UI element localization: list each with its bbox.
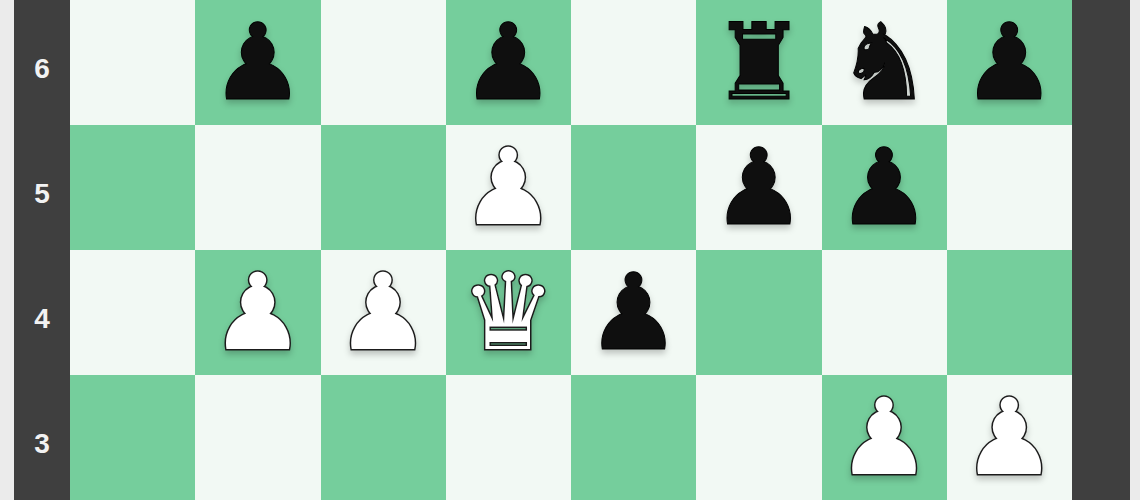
white-pawn[interactable]: ♟ <box>336 260 431 366</box>
square-g5[interactable]: ♟ <box>822 125 947 250</box>
square-g4[interactable] <box>822 250 947 375</box>
square-h3[interactable]: ♟ <box>947 375 1072 500</box>
rank-coordinates-bar: 6 5 4 3 <box>14 0 70 500</box>
black-knight[interactable]: ♞ <box>837 10 932 116</box>
square-b5[interactable] <box>195 125 320 250</box>
square-g3[interactable]: ♟ <box>822 375 947 500</box>
chess-board[interactable]: ♟♟♜♞♟♟♟♟♟♟♛♟♟♟ <box>70 0 1072 500</box>
square-a4[interactable] <box>70 250 195 375</box>
square-g6[interactable]: ♞ <box>822 0 947 125</box>
square-c6[interactable] <box>321 0 446 125</box>
square-a3[interactable] <box>70 375 195 500</box>
square-e5[interactable] <box>571 125 696 250</box>
rank-label-3: 3 <box>14 375 70 500</box>
square-d3[interactable] <box>446 375 571 500</box>
square-h5[interactable] <box>947 125 1072 250</box>
white-pawn[interactable]: ♟ <box>962 385 1057 491</box>
black-pawn[interactable]: ♟ <box>962 10 1057 116</box>
square-b3[interactable] <box>195 375 320 500</box>
black-pawn[interactable]: ♟ <box>711 135 806 241</box>
square-a5[interactable] <box>70 125 195 250</box>
square-f3[interactable] <box>696 375 821 500</box>
black-rook[interactable]: ♜ <box>711 10 806 116</box>
white-queen[interactable]: ♛ <box>461 260 556 366</box>
square-d4[interactable]: ♛ <box>446 250 571 375</box>
square-b6[interactable]: ♟ <box>195 0 320 125</box>
square-c5[interactable] <box>321 125 446 250</box>
black-pawn[interactable]: ♟ <box>210 10 305 116</box>
square-e3[interactable] <box>571 375 696 500</box>
square-c4[interactable]: ♟ <box>321 250 446 375</box>
page-background: 6 5 4 3 ♟♟♜♞♟♟♟♟♟♟♛♟♟♟ <box>0 0 1140 500</box>
square-b4[interactable]: ♟ <box>195 250 320 375</box>
square-e6[interactable] <box>571 0 696 125</box>
square-f6[interactable]: ♜ <box>696 0 821 125</box>
black-pawn[interactable]: ♟ <box>837 135 932 241</box>
square-f4[interactable] <box>696 250 821 375</box>
square-f5[interactable]: ♟ <box>696 125 821 250</box>
square-h4[interactable] <box>947 250 1072 375</box>
square-d5[interactable]: ♟ <box>446 125 571 250</box>
black-pawn[interactable]: ♟ <box>586 260 681 366</box>
board-right-edge-bar <box>1072 0 1130 500</box>
square-h6[interactable]: ♟ <box>947 0 1072 125</box>
white-pawn[interactable]: ♟ <box>210 260 305 366</box>
rank-label-4: 4 <box>14 250 70 375</box>
rank-label-6: 6 <box>14 0 70 125</box>
white-pawn[interactable]: ♟ <box>461 135 556 241</box>
black-pawn[interactable]: ♟ <box>461 10 556 116</box>
rank-label-5: 5 <box>14 125 70 250</box>
square-c3[interactable] <box>321 375 446 500</box>
square-a6[interactable] <box>70 0 195 125</box>
square-e4[interactable]: ♟ <box>571 250 696 375</box>
white-pawn[interactable]: ♟ <box>837 385 932 491</box>
square-d6[interactable]: ♟ <box>446 0 571 125</box>
